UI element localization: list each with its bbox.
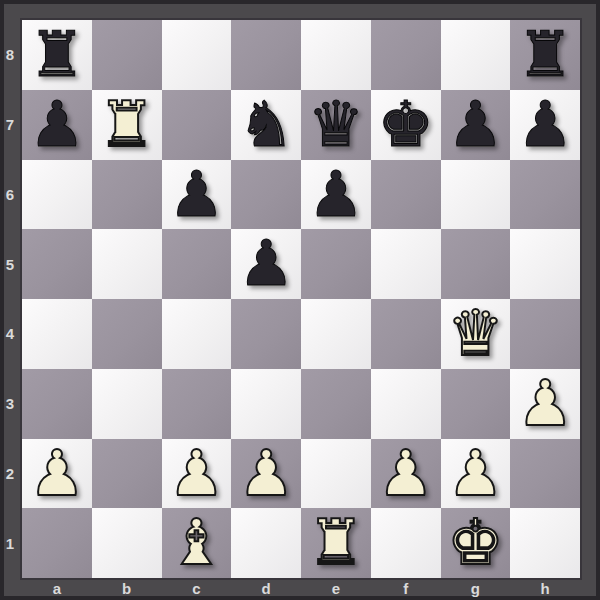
square-g8[interactable]	[441, 20, 511, 90]
square-h5[interactable]	[510, 229, 580, 299]
white-rook-b7: ♜	[98, 90, 154, 160]
black-pawn-a7: ♟	[29, 90, 85, 160]
square-b8[interactable]	[92, 20, 162, 90]
rank-labels: 87654321	[0, 20, 20, 578]
white-pawn-h3: ♟	[517, 369, 573, 439]
square-c3[interactable]	[162, 369, 232, 439]
square-b2[interactable]	[92, 439, 162, 509]
square-a1[interactable]	[22, 508, 92, 578]
square-b3[interactable]	[92, 369, 162, 439]
white-pawn-g2: ♟	[447, 439, 503, 509]
file-label-b: b	[92, 578, 162, 599]
file-label-a: a	[22, 578, 92, 599]
square-h4[interactable]	[510, 299, 580, 369]
square-a3[interactable]	[22, 369, 92, 439]
square-b6[interactable]	[92, 160, 162, 230]
square-f7[interactable]: ♚	[371, 90, 441, 160]
file-label-h: h	[510, 578, 580, 599]
white-rook-e1: ♜	[308, 508, 364, 578]
square-e2[interactable]	[301, 439, 371, 509]
black-king-f7: ♚	[377, 90, 433, 160]
square-g4[interactable]: ♛	[441, 299, 511, 369]
square-g7[interactable]: ♟	[441, 90, 511, 160]
square-d1[interactable]	[231, 508, 301, 578]
white-queen-g4: ♛	[447, 299, 503, 369]
file-label-e: e	[301, 578, 371, 599]
white-pawn-c2: ♟	[168, 439, 224, 509]
square-a2[interactable]: ♟	[22, 439, 92, 509]
square-b5[interactable]	[92, 229, 162, 299]
square-g5[interactable]	[441, 229, 511, 299]
file-label-f: f	[371, 578, 441, 599]
square-f6[interactable]	[371, 160, 441, 230]
file-label-g: g	[441, 578, 511, 599]
square-b1[interactable]	[92, 508, 162, 578]
rank-label-6: 6	[0, 160, 20, 230]
square-e5[interactable]	[301, 229, 371, 299]
rank-label-7: 7	[0, 90, 20, 160]
chess-app: 87654321 abcdefgh ♜♜♟♜♞♛♚♟♟♟♟♟♛♟♟♟♟♟♟♝♜♚	[0, 0, 600, 600]
black-pawn-c6: ♟	[168, 160, 224, 230]
square-e3[interactable]	[301, 369, 371, 439]
square-g6[interactable]	[441, 160, 511, 230]
white-king-g1: ♚	[447, 508, 503, 578]
square-f1[interactable]	[371, 508, 441, 578]
white-pawn-f2: ♟	[377, 439, 433, 509]
square-f8[interactable]	[371, 20, 441, 90]
square-e7[interactable]: ♛	[301, 90, 371, 160]
square-g1[interactable]: ♚	[441, 508, 511, 578]
square-f4[interactable]	[371, 299, 441, 369]
black-pawn-g7: ♟	[447, 90, 503, 160]
rank-label-4: 4	[0, 299, 20, 369]
square-h3[interactable]: ♟	[510, 369, 580, 439]
square-e4[interactable]	[301, 299, 371, 369]
white-pawn-a2: ♟	[29, 439, 85, 509]
square-d8[interactable]	[231, 20, 301, 90]
square-h2[interactable]	[510, 439, 580, 509]
square-d4[interactable]	[231, 299, 301, 369]
square-c2[interactable]: ♟	[162, 439, 232, 509]
white-pawn-d2: ♟	[238, 439, 294, 509]
black-queen-e7: ♛	[308, 90, 364, 160]
square-a5[interactable]	[22, 229, 92, 299]
square-e8[interactable]	[301, 20, 371, 90]
board-frame: ♜♜♟♜♞♛♚♟♟♟♟♟♛♟♟♟♟♟♟♝♜♚	[20, 18, 582, 580]
square-e1[interactable]: ♜	[301, 508, 371, 578]
chess-board: ♜♜♟♜♞♛♚♟♟♟♟♟♛♟♟♟♟♟♟♝♜♚	[22, 20, 580, 578]
square-b7[interactable]: ♜	[92, 90, 162, 160]
black-knight-d7: ♞	[238, 90, 294, 160]
square-a7[interactable]: ♟	[22, 90, 92, 160]
square-f3[interactable]	[371, 369, 441, 439]
square-h6[interactable]	[510, 160, 580, 230]
square-h1[interactable]	[510, 508, 580, 578]
square-d6[interactable]	[231, 160, 301, 230]
square-e6[interactable]: ♟	[301, 160, 371, 230]
square-c8[interactable]	[162, 20, 232, 90]
file-label-c: c	[162, 578, 232, 599]
square-h7[interactable]: ♟	[510, 90, 580, 160]
square-g3[interactable]	[441, 369, 511, 439]
square-d2[interactable]: ♟	[231, 439, 301, 509]
square-b4[interactable]	[92, 299, 162, 369]
square-c7[interactable]	[162, 90, 232, 160]
rank-label-5: 5	[0, 229, 20, 299]
black-pawn-h7: ♟	[517, 90, 573, 160]
file-label-d: d	[231, 578, 301, 599]
square-a6[interactable]	[22, 160, 92, 230]
square-c1[interactable]: ♝	[162, 508, 232, 578]
black-rook-a8: ♜	[29, 20, 85, 90]
square-c5[interactable]	[162, 229, 232, 299]
square-d3[interactable]	[231, 369, 301, 439]
square-c6[interactable]: ♟	[162, 160, 232, 230]
rank-label-3: 3	[0, 369, 20, 439]
black-pawn-e6: ♟	[308, 160, 364, 230]
rank-label-1: 1	[0, 508, 20, 578]
square-g2[interactable]: ♟	[441, 439, 511, 509]
square-d5[interactable]: ♟	[231, 229, 301, 299]
black-rook-h8: ♜	[517, 20, 573, 90]
rank-label-2: 2	[0, 439, 20, 509]
square-h8[interactable]: ♜	[510, 20, 580, 90]
square-d7[interactable]: ♞	[231, 90, 301, 160]
square-c4[interactable]	[162, 299, 232, 369]
square-f2[interactable]: ♟	[371, 439, 441, 509]
square-f5[interactable]	[371, 229, 441, 299]
file-labels: abcdefgh	[22, 578, 580, 599]
black-pawn-d5: ♟	[238, 229, 294, 299]
square-a4[interactable]	[22, 299, 92, 369]
square-a8[interactable]: ♜	[22, 20, 92, 90]
white-bishop-c1: ♝	[168, 508, 224, 578]
rank-label-8: 8	[0, 20, 20, 90]
